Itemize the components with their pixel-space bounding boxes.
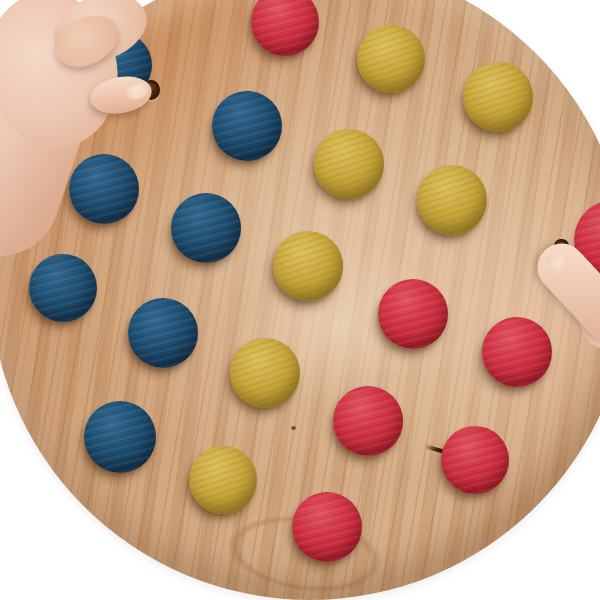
ball-blue[interactable]	[29, 254, 97, 322]
ball-yellow[interactable]	[357, 25, 425, 93]
ball-blue[interactable]	[128, 298, 198, 368]
ball-yellow[interactable]	[189, 446, 257, 514]
photo-scene	[0, 0, 600, 600]
ball-red[interactable]	[482, 317, 552, 387]
ball-red[interactable]	[378, 279, 448, 349]
ball-red[interactable]	[441, 426, 509, 494]
ball-yellow[interactable]	[463, 62, 533, 132]
ball-yellow[interactable]	[417, 165, 487, 235]
ball-yellow[interactable]	[273, 231, 343, 301]
ball-blue[interactable]	[171, 193, 241, 263]
ball-blue[interactable]	[212, 91, 282, 161]
ball-blue[interactable]	[69, 154, 139, 224]
ball-red[interactable]	[292, 492, 362, 562]
wood-speck	[291, 426, 296, 430]
ball-blue[interactable]	[84, 401, 156, 473]
ball-yellow[interactable]	[230, 338, 300, 408]
ball-red[interactable]	[333, 386, 403, 456]
ball-yellow[interactable]	[314, 129, 384, 199]
